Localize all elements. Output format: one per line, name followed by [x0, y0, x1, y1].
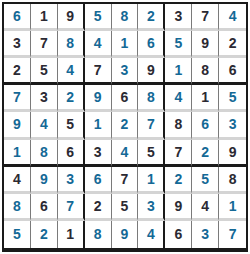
cell-r8c1[interactable]: 8: [4, 194, 31, 221]
cell-r2c1[interactable]: 3: [4, 31, 31, 58]
cell-r5c9[interactable]: 3: [219, 112, 246, 139]
cell-r6c5[interactable]: 4: [112, 140, 139, 167]
cell-r5c7[interactable]: 8: [165, 112, 192, 139]
cell-r1c7[interactable]: 3: [165, 4, 192, 31]
cell-r6c8[interactable]: 2: [192, 140, 219, 167]
cell-r4c2[interactable]: 3: [31, 85, 58, 112]
cell-r6c9[interactable]: 9: [219, 140, 246, 167]
cell-r3c1[interactable]: 2: [4, 58, 31, 85]
cell-r3c4[interactable]: 7: [85, 58, 112, 85]
cell-r5c5[interactable]: 2: [112, 112, 139, 139]
cell-r1c5[interactable]: 8: [112, 4, 139, 31]
cell-r9c3[interactable]: 1: [58, 221, 85, 248]
cell-r5c4[interactable]: 1: [85, 112, 112, 139]
cell-r7c3[interactable]: 3: [58, 167, 85, 194]
cell-r1c6[interactable]: 2: [138, 4, 165, 31]
cell-r5c2[interactable]: 4: [31, 112, 58, 139]
cell-r8c9[interactable]: 1: [219, 194, 246, 221]
cell-r1c9[interactable]: 4: [219, 4, 246, 31]
cell-r1c3[interactable]: 9: [58, 4, 85, 31]
cell-r3c9[interactable]: 6: [219, 58, 246, 85]
cell-r4c9[interactable]: 5: [219, 85, 246, 112]
cell-r6c4[interactable]: 3: [85, 140, 112, 167]
cell-r4c6[interactable]: 8: [138, 85, 165, 112]
cell-r4c5[interactable]: 6: [112, 85, 139, 112]
cell-r5c6[interactable]: 7: [138, 112, 165, 139]
cell-r2c8[interactable]: 9: [192, 31, 219, 58]
cell-r9c7[interactable]: 6: [165, 221, 192, 248]
cell-r2c9[interactable]: 2: [219, 31, 246, 58]
cell-r3c7[interactable]: 1: [165, 58, 192, 85]
cell-r4c3[interactable]: 2: [58, 85, 85, 112]
cell-r8c6[interactable]: 3: [138, 194, 165, 221]
cell-r3c2[interactable]: 5: [31, 58, 58, 85]
cell-r3c3[interactable]: 4: [58, 58, 85, 85]
cell-r2c6[interactable]: 6: [138, 31, 165, 58]
cell-r1c2[interactable]: 1: [31, 4, 58, 31]
cell-r7c4[interactable]: 6: [85, 167, 112, 194]
cell-r3c6[interactable]: 9: [138, 58, 165, 85]
cell-r2c4[interactable]: 4: [85, 31, 112, 58]
cell-r9c1[interactable]: 5: [4, 221, 31, 248]
cell-r2c7[interactable]: 5: [165, 31, 192, 58]
cell-r7c6[interactable]: 1: [138, 167, 165, 194]
cell-r7c8[interactable]: 5: [192, 167, 219, 194]
cell-r5c1[interactable]: 9: [4, 112, 31, 139]
cell-r9c9[interactable]: 7: [219, 221, 246, 248]
cell-r2c5[interactable]: 1: [112, 31, 139, 58]
cell-r1c1[interactable]: 6: [4, 4, 31, 31]
cell-r6c3[interactable]: 6: [58, 140, 85, 167]
cell-r8c8[interactable]: 4: [192, 194, 219, 221]
page: 6195823743784165922547391867329684159451…: [0, 0, 250, 254]
cell-r9c2[interactable]: 2: [31, 221, 58, 248]
cell-r8c3[interactable]: 7: [58, 194, 85, 221]
cell-r5c3[interactable]: 5: [58, 112, 85, 139]
cell-r6c6[interactable]: 5: [138, 140, 165, 167]
cell-r9c6[interactable]: 4: [138, 221, 165, 248]
cell-r5c8[interactable]: 6: [192, 112, 219, 139]
cell-r8c4[interactable]: 2: [85, 194, 112, 221]
cell-r3c5[interactable]: 3: [112, 58, 139, 85]
cell-r1c4[interactable]: 5: [85, 4, 112, 31]
cell-r4c8[interactable]: 1: [192, 85, 219, 112]
cell-r9c5[interactable]: 9: [112, 221, 139, 248]
cell-r6c1[interactable]: 1: [4, 140, 31, 167]
cell-r8c2[interactable]: 6: [31, 194, 58, 221]
cell-r2c2[interactable]: 7: [31, 31, 58, 58]
cell-r8c7[interactable]: 9: [165, 194, 192, 221]
cell-r8c5[interactable]: 5: [112, 194, 139, 221]
cell-r4c1[interactable]: 7: [4, 85, 31, 112]
cell-r6c7[interactable]: 7: [165, 140, 192, 167]
cell-r9c8[interactable]: 3: [192, 221, 219, 248]
cell-r7c1[interactable]: 4: [4, 167, 31, 194]
cell-r7c2[interactable]: 9: [31, 167, 58, 194]
cell-r4c7[interactable]: 4: [165, 85, 192, 112]
cell-r6c2[interactable]: 8: [31, 140, 58, 167]
cell-r9c4[interactable]: 8: [85, 221, 112, 248]
cell-r2c3[interactable]: 8: [58, 31, 85, 58]
sudoku-board: 6195823743784165922547391867329684159451…: [2, 2, 248, 252]
cell-r7c9[interactable]: 8: [219, 167, 246, 194]
cell-r1c8[interactable]: 7: [192, 4, 219, 31]
cell-r4c4[interactable]: 9: [85, 85, 112, 112]
cell-r7c7[interactable]: 2: [165, 167, 192, 194]
cell-r7c5[interactable]: 7: [112, 167, 139, 194]
cell-r3c8[interactable]: 8: [192, 58, 219, 85]
